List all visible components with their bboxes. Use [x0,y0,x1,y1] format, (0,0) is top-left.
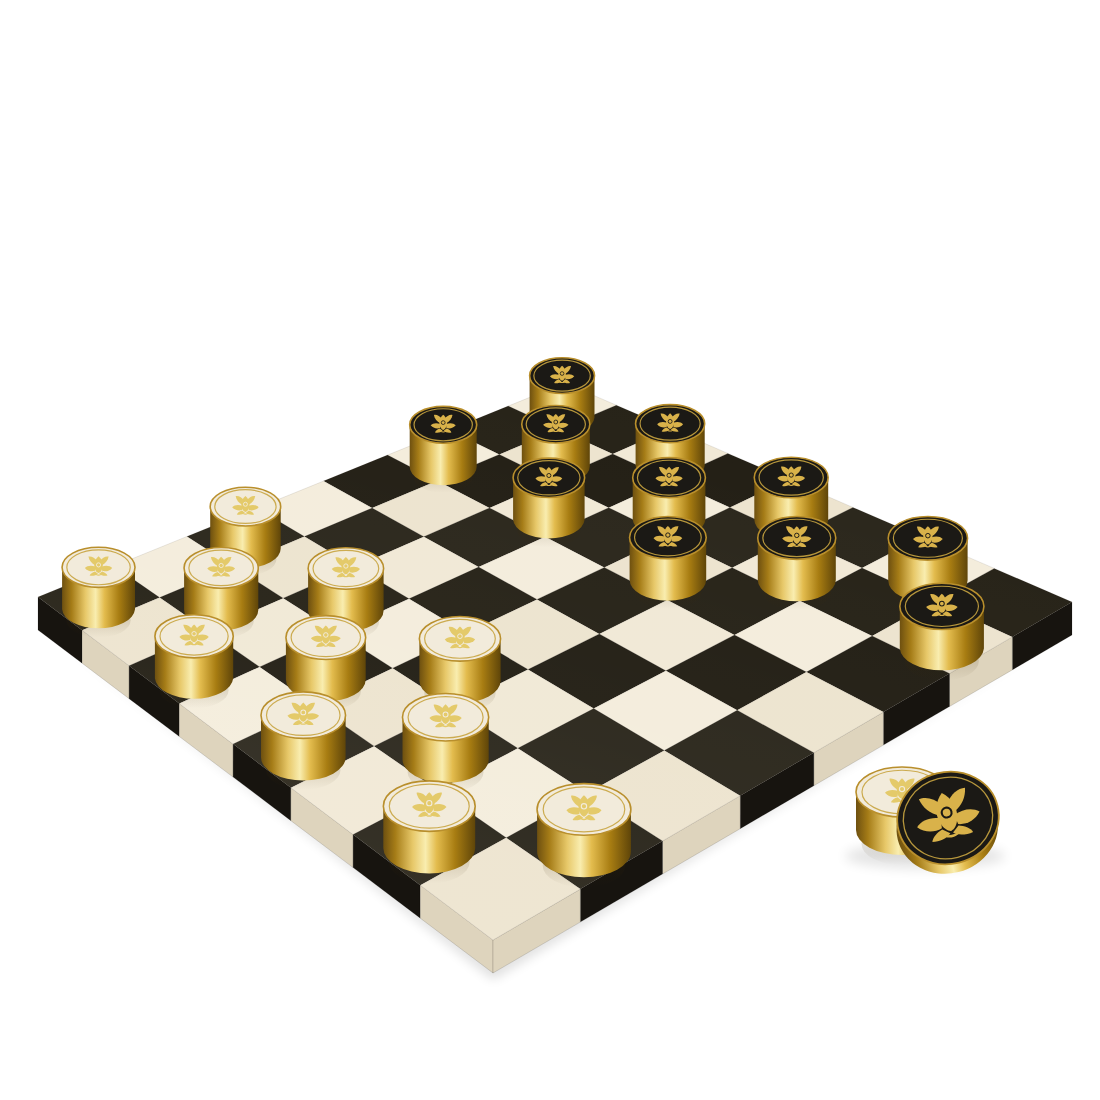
checkers-scene [0,0,1100,1100]
checker-piece-black[interactable] [900,583,984,681]
checker-piece-white[interactable] [402,694,488,793]
checker-piece-black[interactable] [513,458,585,547]
checker-piece-black[interactable] [630,516,707,609]
checker-piece-white[interactable] [62,547,135,637]
checker-piece-white[interactable] [155,615,233,709]
checker-piece-white[interactable] [537,784,631,888]
checker-piece-black[interactable] [758,516,836,609]
checker-piece-white[interactable] [383,781,475,884]
checker-piece-white[interactable] [261,692,346,790]
off-board-pieces [845,761,1011,884]
product-photo [0,0,1100,1100]
checker-piece-black[interactable] [410,406,477,492]
